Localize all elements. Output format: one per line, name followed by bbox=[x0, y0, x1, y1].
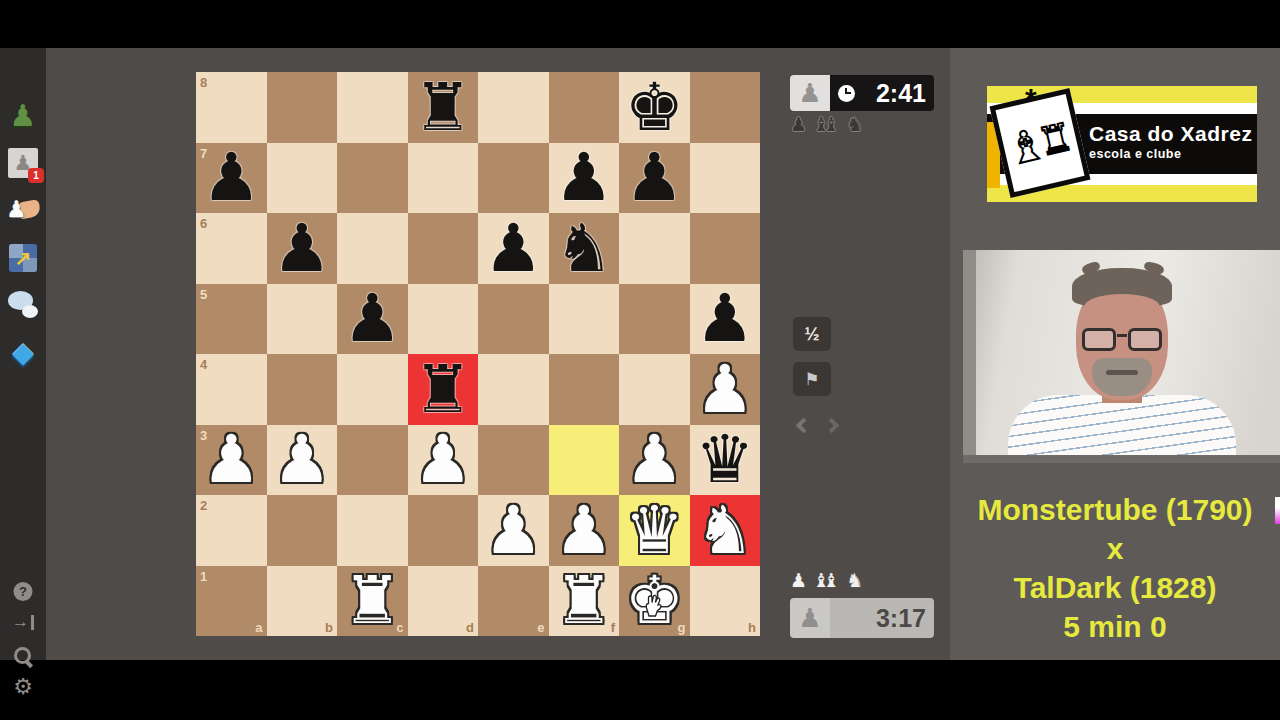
stream-panel: Casa do Xadrez escola e clube ♝ ♜ * bbox=[950, 48, 1280, 660]
piece-black-pawn[interactable]: ♟ bbox=[690, 284, 761, 355]
square-f6[interactable]: ♞ bbox=[549, 213, 620, 284]
arrow-right-glyph: → bbox=[12, 614, 29, 630]
piece-black-knight[interactable]: ♞ bbox=[549, 213, 620, 284]
piece-white-pawn[interactable]: ♟ bbox=[549, 495, 620, 566]
notification-badge: 1 bbox=[28, 168, 44, 183]
square-e5[interactable] bbox=[478, 284, 549, 355]
coord-file-h: h bbox=[748, 620, 756, 635]
club-logo-banner: Casa do Xadrez escola e clube ♝ ♜ * bbox=[987, 86, 1257, 202]
square-g8[interactable]: ♚ bbox=[619, 72, 690, 143]
square-f2[interactable]: ♟ bbox=[549, 495, 620, 566]
person-forehead bbox=[1084, 294, 1160, 320]
webcam-video bbox=[963, 250, 1280, 463]
piece-black-rook[interactable]: ♜ bbox=[408, 354, 479, 425]
player-black-caption: TalDark (1828) bbox=[950, 568, 1280, 607]
bar-glyph bbox=[31, 615, 34, 630]
coord-file-b: b bbox=[325, 620, 333, 635]
piece-black-rook[interactable]: ♜ bbox=[408, 72, 479, 143]
piece-black-pawn[interactable]: ♟ bbox=[337, 284, 408, 355]
square-b4[interactable] bbox=[267, 354, 338, 425]
piece-black-pawn[interactable]: ♟ bbox=[549, 143, 620, 214]
square-e1[interactable]: e bbox=[478, 566, 549, 637]
square-c7[interactable] bbox=[337, 143, 408, 214]
chevron-right-icon[interactable] bbox=[824, 418, 840, 434]
coord-rank-6: 6 bbox=[200, 216, 207, 231]
square-a8[interactable]: 8 bbox=[196, 72, 267, 143]
piece-black-queen[interactable]: ♛ bbox=[690, 425, 761, 496]
square-g6[interactable] bbox=[619, 213, 690, 284]
time-remaining-top: 2:41 bbox=[876, 79, 926, 108]
square-f7[interactable]: ♟ bbox=[549, 143, 620, 214]
pawn-icon: ♟ bbox=[798, 78, 821, 108]
square-b3[interactable]: ♟ bbox=[267, 425, 338, 496]
piece-white-pawn[interactable]: ♟ bbox=[196, 425, 267, 496]
coord-file-d: d bbox=[466, 620, 474, 635]
captured-pawn-icon: ♟ bbox=[790, 113, 807, 135]
premium-diamond-icon[interactable]: ◆ bbox=[12, 336, 34, 369]
piece-white-queen[interactable]: ♛ bbox=[619, 495, 690, 566]
time-box-bottom: 3:17 bbox=[830, 598, 934, 638]
person-glasses bbox=[1082, 328, 1162, 352]
square-g2[interactable]: ♛ bbox=[619, 495, 690, 566]
square-a2[interactable]: 2 bbox=[196, 495, 267, 566]
clock-top-black: ♟ 2:41 bbox=[790, 75, 934, 111]
square-d2[interactable] bbox=[408, 495, 479, 566]
search-icon[interactable] bbox=[13, 646, 33, 666]
square-a3[interactable]: 3♟ bbox=[196, 425, 267, 496]
square-d3[interactable]: ♟ bbox=[408, 425, 479, 496]
square-b2[interactable] bbox=[267, 495, 338, 566]
square-d8[interactable]: ♜ bbox=[408, 72, 479, 143]
square-f8[interactable] bbox=[549, 72, 620, 143]
piece-black-pawn[interactable]: ♟ bbox=[619, 143, 690, 214]
player-pawn-tile-bottom: ♟ bbox=[790, 598, 830, 638]
logo-subtitle: escola e clube bbox=[1089, 147, 1252, 161]
captured-knight-icon: ♞ bbox=[846, 113, 863, 135]
chevron-left-icon[interactable] bbox=[796, 418, 812, 434]
captured-pieces-top: ♟♝♝♞ bbox=[790, 113, 863, 135]
play-pawn-icon[interactable]: ♟ bbox=[10, 98, 37, 133]
coord-rank-5: 5 bbox=[200, 287, 207, 302]
square-a6[interactable]: 6 bbox=[196, 213, 267, 284]
time-box-top: 2:41 bbox=[830, 75, 934, 111]
piece-white-rook[interactable]: ♜ bbox=[337, 566, 408, 637]
square-h2[interactable]: ♞ bbox=[690, 495, 761, 566]
piece-white-pawn[interactable]: ♟ bbox=[690, 354, 761, 425]
square-h1[interactable]: h bbox=[690, 566, 761, 637]
square-c8[interactable] bbox=[337, 72, 408, 143]
piece-white-pawn[interactable]: ♟ bbox=[408, 425, 479, 496]
coord-rank-2: 2 bbox=[200, 498, 207, 513]
person-beard bbox=[1092, 358, 1152, 396]
webcam-edge-shadow bbox=[963, 250, 976, 463]
coord-file-a: a bbox=[255, 620, 262, 635]
captured-group: ♟ bbox=[790, 569, 807, 591]
chat-icon[interactable] bbox=[8, 291, 38, 318]
coord-rank-8: 8 bbox=[200, 75, 207, 90]
screen: ♟ ♟ 1 ♟ ↗ ◆ ? → ⚙ 8♜♚7♟♟♟6♟♟♞5♟♟4♜♟3♟♟♟♟… bbox=[0, 0, 1280, 720]
text-cursor-artifact bbox=[1275, 497, 1280, 524]
square-d5[interactable] bbox=[408, 284, 479, 355]
offer-draw-button[interactable]: ½ bbox=[793, 317, 831, 351]
versus-caption: x bbox=[950, 529, 1280, 568]
player-pawn-tile-top: ♟ bbox=[790, 75, 830, 111]
square-g3[interactable]: ♟ bbox=[619, 425, 690, 496]
square-c3[interactable] bbox=[337, 425, 408, 496]
hand-cursor bbox=[641, 592, 665, 618]
match-caption: Monstertube (1790) x TalDark (1828) 5 mi… bbox=[950, 490, 1280, 646]
clock-bottom-white: ♟ 3:17 bbox=[790, 598, 934, 638]
offered-pawn-glyph: ♟ bbox=[6, 196, 27, 222]
square-f3[interactable] bbox=[549, 425, 620, 496]
square-e3[interactable] bbox=[478, 425, 549, 496]
square-c6[interactable] bbox=[337, 213, 408, 284]
square-f1[interactable]: f♜ bbox=[549, 566, 620, 637]
settings-gear-icon[interactable]: ⚙ bbox=[13, 676, 33, 698]
captured-group: ♟ bbox=[790, 113, 807, 135]
square-e4[interactable] bbox=[478, 354, 549, 425]
square-e8[interactable] bbox=[478, 72, 549, 143]
logo-title: Casa do Xadrez bbox=[1089, 122, 1252, 146]
clock-icon bbox=[838, 85, 855, 102]
square-d6[interactable] bbox=[408, 213, 479, 284]
captured-group: ♞ bbox=[846, 569, 863, 591]
glasses-right-lens bbox=[1128, 328, 1162, 351]
square-b7[interactable] bbox=[267, 143, 338, 214]
square-f5[interactable] bbox=[549, 284, 620, 355]
square-c5[interactable]: ♟ bbox=[337, 284, 408, 355]
square-b5[interactable] bbox=[267, 284, 338, 355]
resign-button[interactable]: ⚑ bbox=[793, 362, 831, 396]
square-c4[interactable] bbox=[337, 354, 408, 425]
square-e2[interactable]: ♟ bbox=[478, 495, 549, 566]
captured-pawn-icon: ♟ bbox=[790, 569, 807, 591]
time-control-caption: 5 min 0 bbox=[950, 607, 1280, 646]
person-head bbox=[1076, 276, 1168, 400]
piece-black-king[interactable]: ♚ bbox=[619, 72, 690, 143]
sign-in-icon[interactable]: → bbox=[12, 614, 34, 630]
pawn-icon: ♟ bbox=[798, 603, 821, 633]
move-navigation bbox=[798, 420, 846, 431]
square-e6[interactable]: ♟ bbox=[478, 213, 549, 284]
square-f4[interactable] bbox=[549, 354, 620, 425]
square-h6[interactable] bbox=[690, 213, 761, 284]
chat-bubble-small bbox=[22, 305, 38, 318]
captured-group: ♝♝ bbox=[813, 113, 840, 135]
coord-rank-4: 4 bbox=[200, 357, 207, 372]
piece-white-pawn[interactable]: ♟ bbox=[619, 425, 690, 496]
square-d1[interactable]: d bbox=[408, 566, 479, 637]
help-icon[interactable]: ? bbox=[14, 582, 33, 601]
logo-text: Casa do Xadrez escola e clube bbox=[1089, 122, 1252, 161]
square-b6[interactable]: ♟ bbox=[267, 213, 338, 284]
piece-white-pawn[interactable]: ♟ bbox=[267, 425, 338, 496]
play-a-friend-icon[interactable]: ♟ bbox=[6, 196, 40, 224]
square-a5[interactable]: 5 bbox=[196, 284, 267, 355]
captured-knight-icon: ♞ bbox=[846, 569, 863, 591]
coord-rank-1: 1 bbox=[200, 569, 207, 584]
piece-white-knight[interactable]: ♞ bbox=[690, 495, 761, 566]
captured-pieces-bottom: ♟♝♝♞ bbox=[790, 569, 863, 591]
flag-icon: ⚑ bbox=[804, 369, 819, 389]
person-shirt bbox=[1008, 395, 1236, 457]
square-c2[interactable] bbox=[337, 495, 408, 566]
piece-black-pawn[interactable]: ♟ bbox=[478, 213, 549, 284]
square-h4[interactable]: ♟ bbox=[690, 354, 761, 425]
square-e7[interactable] bbox=[478, 143, 549, 214]
player-white-caption: Monstertube (1790) bbox=[950, 490, 1280, 529]
piece-black-pawn[interactable]: ♟ bbox=[267, 213, 338, 284]
square-b8[interactable] bbox=[267, 72, 338, 143]
puzzles-icon[interactable]: ↗ bbox=[9, 244, 37, 272]
glasses-left-lens bbox=[1082, 328, 1116, 351]
piece-black-pawn[interactable]: ♟ bbox=[196, 143, 267, 214]
arrow-up-right-icon: ↗ bbox=[15, 247, 32, 269]
square-c1[interactable]: c♜ bbox=[337, 566, 408, 637]
time-remaining-bottom: 3:17 bbox=[876, 604, 926, 633]
square-a7[interactable]: 7♟ bbox=[196, 143, 267, 214]
app-sidebar: ♟ ♟ 1 ♟ ↗ ◆ ? → ⚙ bbox=[0, 48, 46, 660]
square-h3[interactable]: ♛ bbox=[690, 425, 761, 496]
square-g4[interactable] bbox=[619, 354, 690, 425]
piece-white-rook[interactable]: ♜ bbox=[549, 566, 620, 637]
coord-file-e: e bbox=[537, 620, 544, 635]
logo-asterisk: * bbox=[1025, 82, 1037, 116]
square-d4[interactable]: ♜ bbox=[408, 354, 479, 425]
square-g5[interactable] bbox=[619, 284, 690, 355]
webcam-bottom-edge bbox=[963, 455, 1280, 463]
piece-white-pawn[interactable]: ♟ bbox=[478, 495, 549, 566]
square-a1[interactable]: 1a bbox=[196, 566, 267, 637]
captured-group: ♞ bbox=[846, 113, 863, 135]
chess-board: 8♜♚7♟♟♟6♟♟♞5♟♟4♜♟3♟♟♟♟♛2♟♟♛♞1abc♜def♜g♚h bbox=[196, 72, 760, 636]
square-h5[interactable]: ♟ bbox=[690, 284, 761, 355]
square-g7[interactable]: ♟ bbox=[619, 143, 690, 214]
square-d7[interactable] bbox=[408, 143, 479, 214]
captured-bishop-icon: ♝ bbox=[823, 113, 840, 135]
captured-bishop-icon: ♝ bbox=[823, 569, 840, 591]
square-a4[interactable]: 4 bbox=[196, 354, 267, 425]
square-h7[interactable] bbox=[690, 143, 761, 214]
square-b1[interactable]: b bbox=[267, 566, 338, 637]
captured-group: ♝♝ bbox=[813, 569, 840, 591]
square-h8[interactable] bbox=[690, 72, 761, 143]
vs-computer-icon[interactable]: ♟ 1 bbox=[8, 148, 38, 178]
